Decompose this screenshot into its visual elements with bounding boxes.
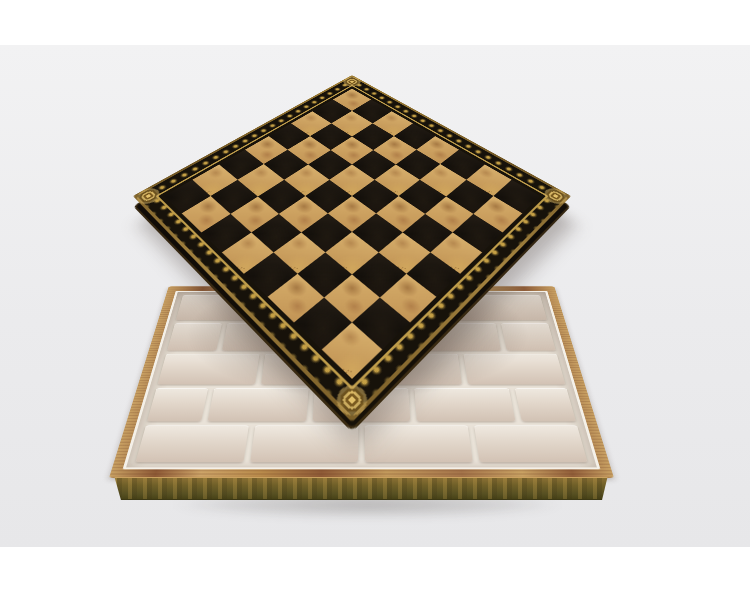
product-photo — [0, 0, 750, 600]
tray-compartment — [464, 354, 566, 384]
tray-compartment — [415, 388, 516, 421]
tray-compartment — [365, 425, 473, 462]
tray-compartment — [147, 388, 208, 421]
tray-compartment — [135, 425, 248, 462]
tray-compartment — [158, 354, 260, 384]
tray-compartment — [515, 388, 576, 421]
tray-compartment — [501, 323, 556, 350]
case-front-edge — [113, 477, 609, 500]
tray-compartment — [208, 388, 309, 421]
tray-compartment — [167, 323, 222, 350]
tray-compartment — [474, 425, 587, 462]
